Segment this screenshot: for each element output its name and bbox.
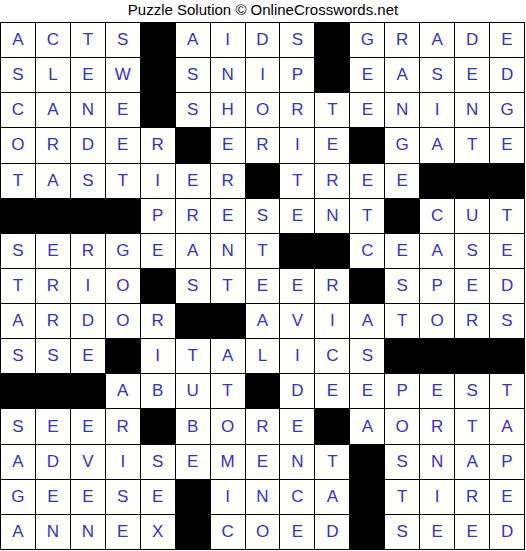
block-cell-r5c14: [455, 164, 490, 199]
letter-cell-r11c6: U: [176, 374, 211, 409]
letter-cell-r15c4: E: [106, 515, 141, 550]
letter-cell-r4c5: R: [141, 128, 176, 163]
letter-cell-r14c5: E: [141, 480, 176, 515]
letter-cell-r1c2: C: [36, 23, 71, 58]
letter-cell-r13c13: N: [420, 445, 455, 480]
letter-cell-r2c11: E: [350, 58, 385, 93]
block-cell-r11c2: [36, 374, 71, 409]
letter-cell-r7c1: S: [1, 234, 36, 269]
letter-cell-r9c9: V: [280, 304, 315, 339]
block-cell-r12c10: [315, 409, 350, 444]
letter-cell-r8c1: T: [1, 269, 36, 304]
letter-cell-r6c13: C: [420, 199, 455, 234]
block-cell-r6c2: [36, 199, 71, 234]
letter-cell-r3c15: G: [490, 93, 525, 128]
letter-cell-r1c13: A: [420, 23, 455, 58]
block-cell-r14c6: [176, 480, 211, 515]
letter-cell-r2c15: D: [490, 58, 525, 93]
letter-cell-r3c1: C: [1, 93, 36, 128]
letter-cell-r14c3: E: [71, 480, 106, 515]
letter-cell-r15c12: S: [385, 515, 420, 550]
letter-cell-r4c10: E: [315, 128, 350, 163]
letter-cell-r8c13: P: [420, 269, 455, 304]
letter-cell-r14c9: C: [280, 480, 315, 515]
letter-cell-r10c9: I: [280, 339, 315, 374]
letter-cell-r8c12: S: [385, 269, 420, 304]
letter-cell-r5c11: E: [350, 164, 385, 199]
letter-cell-r6c10: N: [315, 199, 350, 234]
letter-cell-r4c4: E: [106, 128, 141, 163]
letter-cell-r13c10: T: [315, 445, 350, 480]
letter-cell-r2c14: E: [455, 58, 490, 93]
letter-cell-r8c15: D: [490, 269, 525, 304]
block-cell-r6c3: [71, 199, 106, 234]
letter-cell-r15c9: E: [280, 515, 315, 550]
block-cell-r8c5: [141, 269, 176, 304]
letter-cell-r5c9: T: [280, 164, 315, 199]
letter-cell-r7c2: E: [36, 234, 71, 269]
letter-cell-r15c13: E: [420, 515, 455, 550]
letter-cell-r12c12: O: [385, 409, 420, 444]
letter-cell-r13c7: M: [211, 445, 246, 480]
letter-cell-r3c11: E: [350, 93, 385, 128]
letter-cell-r2c1: S: [1, 58, 36, 93]
letter-cell-r1c15: E: [490, 23, 525, 58]
letter-cell-r4c12: G: [385, 128, 420, 163]
letter-cell-r5c5: I: [141, 164, 176, 199]
letter-cell-r15c7: C: [211, 515, 246, 550]
letter-cell-r7c5: E: [141, 234, 176, 269]
letter-cell-r1c8: D: [246, 23, 281, 58]
letter-cell-r9c11: A: [350, 304, 385, 339]
letter-cell-r9c14: R: [455, 304, 490, 339]
block-cell-r12c5: [141, 409, 176, 444]
block-cell-r8c11: [350, 269, 385, 304]
letter-cell-r13c4: I: [106, 445, 141, 480]
letter-cell-r8c4: O: [106, 269, 141, 304]
letter-cell-r6c8: S: [246, 199, 281, 234]
crossword-grid: ACTSAIDSGRADESLEWSNIPEASEDCANESHORTENING…: [0, 22, 525, 550]
letter-cell-r12c9: E: [280, 409, 315, 444]
letter-cell-r2c7: N: [211, 58, 246, 93]
letter-cell-r4c9: I: [280, 128, 315, 163]
letter-cell-r6c7: E: [211, 199, 246, 234]
letter-cell-r10c3: E: [71, 339, 106, 374]
letter-cell-r9c8: A: [246, 304, 281, 339]
letter-cell-r7c3: R: [71, 234, 106, 269]
letter-cell-r14c4: S: [106, 480, 141, 515]
letter-cell-r7c8: T: [246, 234, 281, 269]
letter-cell-r1c6: A: [176, 23, 211, 58]
letter-cell-r2c2: L: [36, 58, 71, 93]
letter-cell-r6c11: T: [350, 199, 385, 234]
letter-cell-r2c12: A: [385, 58, 420, 93]
letter-cell-r13c12: S: [385, 445, 420, 480]
letter-cell-r14c10: A: [315, 480, 350, 515]
letter-cell-r15c15: D: [490, 515, 525, 550]
letter-cell-r9c2: R: [36, 304, 71, 339]
letter-cell-r2c13: S: [420, 58, 455, 93]
letter-cell-r1c7: I: [211, 23, 246, 58]
block-cell-r7c9: [280, 234, 315, 269]
letter-cell-r8c2: R: [36, 269, 71, 304]
letter-cell-r14c15: E: [490, 480, 525, 515]
letter-cell-r6c6: R: [176, 199, 211, 234]
block-cell-r4c6: [176, 128, 211, 163]
letter-cell-r13c5: S: [141, 445, 176, 480]
letter-cell-r10c10: C: [315, 339, 350, 374]
letter-cell-r10c2: S: [36, 339, 71, 374]
letter-cell-r14c2: E: [36, 480, 71, 515]
block-cell-r2c10: [315, 58, 350, 93]
letter-cell-r3c8: O: [246, 93, 281, 128]
letter-cell-r6c9: E: [280, 199, 315, 234]
letter-cell-r5c4: T: [106, 164, 141, 199]
letter-cell-r11c5: B: [141, 374, 176, 409]
letter-cell-r11c11: E: [350, 374, 385, 409]
letter-cell-r15c2: N: [36, 515, 71, 550]
letter-cell-r11c12: P: [385, 374, 420, 409]
block-cell-r10c15: [490, 339, 525, 374]
letter-cell-r12c15: A: [490, 409, 525, 444]
letter-cell-r4c7: E: [211, 128, 246, 163]
block-cell-r1c10: [315, 23, 350, 58]
block-cell-r6c1: [1, 199, 36, 234]
block-cell-r5c15: [490, 164, 525, 199]
letter-cell-r13c1: A: [1, 445, 36, 480]
letter-cell-r15c3: N: [71, 515, 106, 550]
letter-cell-r10c11: S: [350, 339, 385, 374]
letter-cell-r13c6: E: [176, 445, 211, 480]
letter-cell-r9c13: O: [420, 304, 455, 339]
letter-cell-r11c14: S: [455, 374, 490, 409]
letter-cell-r12c6: B: [176, 409, 211, 444]
letter-cell-r8c10: R: [315, 269, 350, 304]
letter-cell-r14c7: I: [211, 480, 246, 515]
letter-cell-r3c13: I: [420, 93, 455, 128]
letter-cell-r10c1: S: [1, 339, 36, 374]
letter-cell-r3c2: A: [36, 93, 71, 128]
letter-cell-r6c15: T: [490, 199, 525, 234]
letter-cell-r3c3: N: [71, 93, 106, 128]
letter-cell-r14c1: G: [1, 480, 36, 515]
letter-cell-r6c5: P: [141, 199, 176, 234]
letter-cell-r3c12: N: [385, 93, 420, 128]
block-cell-r5c8: [246, 164, 281, 199]
letter-cell-r4c3: D: [71, 128, 106, 163]
letter-cell-r2c6: S: [176, 58, 211, 93]
letter-cell-r9c3: D: [71, 304, 106, 339]
block-cell-r10c4: [106, 339, 141, 374]
letter-cell-r12c4: R: [106, 409, 141, 444]
letter-cell-r7c11: C: [350, 234, 385, 269]
block-cell-r10c14: [455, 339, 490, 374]
letter-cell-r7c6: A: [176, 234, 211, 269]
letter-cell-r14c8: N: [246, 480, 281, 515]
letter-cell-r3c6: S: [176, 93, 211, 128]
letter-cell-r3c14: N: [455, 93, 490, 128]
letter-cell-r15c10: D: [315, 515, 350, 550]
letter-cell-r3c7: H: [211, 93, 246, 128]
letter-cell-r10c8: L: [246, 339, 281, 374]
letter-cell-r12c3: E: [71, 409, 106, 444]
letter-cell-r9c1: A: [1, 304, 36, 339]
block-cell-r2c5: [141, 58, 176, 93]
letter-cell-r5c1: T: [1, 164, 36, 199]
block-cell-r1c5: [141, 23, 176, 58]
block-cell-r4c11: [350, 128, 385, 163]
block-cell-r11c8: [246, 374, 281, 409]
letter-cell-r8c7: T: [211, 269, 246, 304]
letter-cell-r7c13: A: [420, 234, 455, 269]
letter-cell-r8c9: E: [280, 269, 315, 304]
letter-cell-r11c4: A: [106, 374, 141, 409]
letter-cell-r13c14: A: [455, 445, 490, 480]
block-cell-r15c6: [176, 515, 211, 550]
letter-cell-r11c15: T: [490, 374, 525, 409]
letter-cell-r9c12: T: [385, 304, 420, 339]
letter-cell-r1c14: D: [455, 23, 490, 58]
letter-cell-r12c11: A: [350, 409, 385, 444]
letter-cell-r7c4: G: [106, 234, 141, 269]
letter-cell-r14c14: R: [455, 480, 490, 515]
block-cell-r15c11: [350, 515, 385, 550]
letter-cell-r4c8: R: [246, 128, 281, 163]
letter-cell-r2c8: I: [246, 58, 281, 93]
block-cell-r9c6: [176, 304, 211, 339]
letter-cell-r15c5: X: [141, 515, 176, 550]
letter-cell-r5c7: R: [211, 164, 246, 199]
letter-cell-r5c3: S: [71, 164, 106, 199]
letter-cell-r11c7: T: [211, 374, 246, 409]
letter-cell-r11c13: E: [420, 374, 455, 409]
letter-cell-r1c4: S: [106, 23, 141, 58]
letter-cell-r15c8: O: [246, 515, 281, 550]
letter-cell-r8c8: E: [246, 269, 281, 304]
block-cell-r9c7: [211, 304, 246, 339]
letter-cell-r4c14: T: [455, 128, 490, 163]
letter-cell-r9c10: I: [315, 304, 350, 339]
letter-cell-r1c11: G: [350, 23, 385, 58]
letter-cell-r4c13: A: [420, 128, 455, 163]
letter-cell-r7c12: E: [385, 234, 420, 269]
block-cell-r13c11: [350, 445, 385, 480]
letter-cell-r6c14: U: [455, 199, 490, 234]
letter-cell-r15c1: A: [1, 515, 36, 550]
letter-cell-r3c9: R: [280, 93, 315, 128]
letter-cell-r1c1: A: [1, 23, 36, 58]
letter-cell-r5c6: E: [176, 164, 211, 199]
letter-cell-r5c12: E: [385, 164, 420, 199]
letter-cell-r1c9: S: [280, 23, 315, 58]
letter-cell-r15c14: E: [455, 515, 490, 550]
page-title: Puzzle Solution © OnlineCrosswords.net: [0, 0, 526, 22]
letter-cell-r2c3: E: [71, 58, 106, 93]
letter-cell-r14c12: T: [385, 480, 420, 515]
letter-cell-r10c7: A: [211, 339, 246, 374]
letter-cell-r7c7: N: [211, 234, 246, 269]
letter-cell-r3c10: T: [315, 93, 350, 128]
letter-cell-r12c13: R: [420, 409, 455, 444]
letter-cell-r14c13: I: [420, 480, 455, 515]
letter-cell-r11c10: E: [315, 374, 350, 409]
letter-cell-r13c8: E: [246, 445, 281, 480]
letter-cell-r10c5: I: [141, 339, 176, 374]
letter-cell-r12c7: O: [211, 409, 246, 444]
letter-cell-r13c3: V: [71, 445, 106, 480]
letter-cell-r4c15: E: [490, 128, 525, 163]
letter-cell-r13c15: P: [490, 445, 525, 480]
letter-cell-r2c9: P: [280, 58, 315, 93]
block-cell-r5c13: [420, 164, 455, 199]
letter-cell-r13c9: N: [280, 445, 315, 480]
letter-cell-r7c14: S: [455, 234, 490, 269]
letter-cell-r12c1: S: [1, 409, 36, 444]
letter-cell-r7c15: E: [490, 234, 525, 269]
letter-cell-r4c2: R: [36, 128, 71, 163]
letter-cell-r12c8: R: [246, 409, 281, 444]
letter-cell-r5c2: A: [36, 164, 71, 199]
letter-cell-r1c3: T: [71, 23, 106, 58]
block-cell-r11c1: [1, 374, 36, 409]
letter-cell-r11c9: D: [280, 374, 315, 409]
page: Puzzle Solution © OnlineCrosswords.net A…: [0, 0, 526, 551]
letter-cell-r1c12: R: [385, 23, 420, 58]
letter-cell-r8c14: E: [455, 269, 490, 304]
letter-cell-r9c15: S: [490, 304, 525, 339]
block-cell-r11c3: [71, 374, 106, 409]
letter-cell-r4c1: O: [1, 128, 36, 163]
letter-cell-r8c3: I: [71, 269, 106, 304]
letter-cell-r5c10: R: [315, 164, 350, 199]
letter-cell-r2c4: W: [106, 58, 141, 93]
block-cell-r10c13: [420, 339, 455, 374]
block-cell-r7c10: [315, 234, 350, 269]
letter-cell-r8c6: S: [176, 269, 211, 304]
letter-cell-r10c6: T: [176, 339, 211, 374]
letter-cell-r12c14: T: [455, 409, 490, 444]
block-cell-r3c5: [141, 93, 176, 128]
letter-cell-r12c2: E: [36, 409, 71, 444]
block-cell-r6c12: [385, 199, 420, 234]
letter-cell-r3c4: E: [106, 93, 141, 128]
block-cell-r6c4: [106, 199, 141, 234]
letter-cell-r9c5: R: [141, 304, 176, 339]
block-cell-r10c12: [385, 339, 420, 374]
letter-cell-r13c2: D: [36, 445, 71, 480]
block-cell-r14c11: [350, 480, 385, 515]
letter-cell-r9c4: O: [106, 304, 141, 339]
